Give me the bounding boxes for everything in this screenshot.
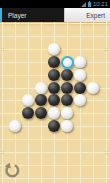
tab-player[interactable]: Player	[0, 8, 64, 22]
white-stone	[22, 94, 34, 106]
difficulty-label: Expert	[86, 12, 105, 19]
grid-line-vertical	[15, 22, 16, 183]
player-tab-label: Player	[8, 12, 26, 19]
black-stone	[61, 69, 73, 81]
status-bar: 10:21	[0, 0, 110, 8]
black-stone	[48, 94, 60, 106]
white-stone	[74, 69, 86, 81]
white-stone	[74, 56, 86, 68]
black-stone	[61, 94, 73, 106]
black-stone	[48, 56, 60, 68]
battery-icon	[88, 2, 91, 7]
black-stone	[35, 107, 47, 119]
undo-button[interactable]	[4, 162, 20, 179]
grid-line-vertical	[106, 22, 107, 183]
white-stone	[48, 43, 60, 55]
white-stone	[48, 107, 60, 119]
white-stone	[9, 120, 21, 132]
black-stone	[48, 82, 60, 94]
black-stone	[74, 82, 86, 94]
white-stone	[35, 82, 47, 94]
white-stone	[61, 120, 73, 132]
tab-indicator	[0, 8, 2, 22]
signal-icon	[81, 2, 86, 7]
white-stone	[87, 82, 99, 94]
black-stone	[22, 107, 34, 119]
board[interactable]	[0, 22, 110, 183]
app-screen: 10:21 Player Expert	[0, 0, 110, 183]
difficulty-button[interactable]: Expert	[64, 8, 110, 22]
white-stone-last-move	[61, 56, 74, 69]
clock-text: 10:21	[93, 0, 108, 8]
undo-icon	[4, 162, 20, 179]
black-stone	[48, 120, 60, 132]
black-stone	[35, 94, 47, 106]
grid-line-vertical	[93, 22, 94, 183]
grid-line-vertical	[2, 22, 3, 183]
action-bar: Player Expert	[0, 8, 110, 22]
white-stone	[74, 94, 86, 106]
black-stone	[48, 69, 60, 81]
white-stone	[61, 107, 73, 119]
black-stone	[61, 82, 73, 94]
